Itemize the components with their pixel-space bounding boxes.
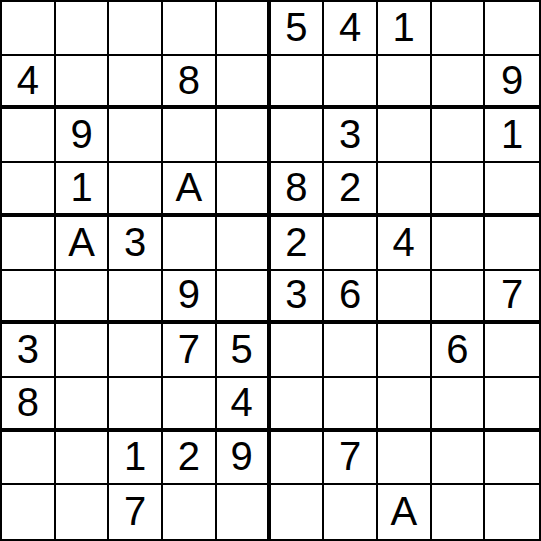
given-digit: 4 xyxy=(231,382,253,422)
cell-r9c6[interactable] xyxy=(271,432,325,486)
given-digit: 1 xyxy=(393,7,415,47)
cell-r3c9[interactable] xyxy=(432,109,486,163)
cell-r7c1: 3 xyxy=(2,324,56,378)
cell-r2c7[interactable] xyxy=(324,56,378,110)
cell-r5c8: 4 xyxy=(378,217,432,271)
cell-r3c2: 9 xyxy=(56,109,110,163)
cell-r4c8[interactable] xyxy=(378,163,432,217)
given-digit: 4 xyxy=(339,7,361,47)
cell-r1c4[interactable] xyxy=(163,2,217,56)
given-digit: 6 xyxy=(446,329,468,369)
cell-r4c10[interactable] xyxy=(485,163,539,217)
cell-r7c7[interactable] xyxy=(324,324,378,378)
cell-r7c6[interactable] xyxy=(271,324,325,378)
cell-r4c4: A xyxy=(163,163,217,217)
cell-r4c7: 2 xyxy=(324,163,378,217)
cell-r1c9[interactable] xyxy=(432,2,486,56)
cell-r3c4[interactable] xyxy=(163,109,217,163)
given-digit: 8 xyxy=(17,382,39,422)
cell-r2c10: 9 xyxy=(485,56,539,110)
cell-r10c3: 7 xyxy=(109,485,163,539)
cell-r8c8[interactable] xyxy=(378,378,432,432)
cell-r5c6: 2 xyxy=(271,217,325,271)
cell-r10c6[interactable] xyxy=(271,485,325,539)
cell-r7c4: 7 xyxy=(163,324,217,378)
given-digit: 2 xyxy=(178,436,200,476)
cell-r3c10: 1 xyxy=(485,109,539,163)
given-digit: 1 xyxy=(70,167,92,207)
cell-r9c3: 1 xyxy=(109,432,163,486)
cell-r1c7: 4 xyxy=(324,2,378,56)
cell-r8c5: 4 xyxy=(217,378,271,432)
cell-r6c5[interactable] xyxy=(217,271,271,325)
cell-r3c6[interactable] xyxy=(271,109,325,163)
cell-r8c4[interactable] xyxy=(163,378,217,432)
cell-r2c3[interactable] xyxy=(109,56,163,110)
cell-r8c10[interactable] xyxy=(485,378,539,432)
cell-r9c5: 9 xyxy=(217,432,271,486)
given-digit: 9 xyxy=(501,60,523,100)
sudoku-board: 5414899311A82A324936737568412977A xyxy=(0,0,541,541)
given-digit: 1 xyxy=(501,114,523,154)
given-digit: 7 xyxy=(339,436,361,476)
given-digit: A xyxy=(176,167,203,207)
cell-r10c10[interactable] xyxy=(485,485,539,539)
cell-r6c8[interactable] xyxy=(378,271,432,325)
cell-r7c10[interactable] xyxy=(485,324,539,378)
cell-r9c10[interactable] xyxy=(485,432,539,486)
given-digit: 8 xyxy=(178,60,200,100)
cell-r6c9[interactable] xyxy=(432,271,486,325)
cell-r8c1: 8 xyxy=(2,378,56,432)
cell-r6c3[interactable] xyxy=(109,271,163,325)
cell-r8c9[interactable] xyxy=(432,378,486,432)
cell-r2c5[interactable] xyxy=(217,56,271,110)
cell-r8c6[interactable] xyxy=(271,378,325,432)
cell-r1c8: 1 xyxy=(378,2,432,56)
given-digit: 5 xyxy=(231,329,253,369)
cell-r6c10: 7 xyxy=(485,271,539,325)
cell-r9c1[interactable] xyxy=(2,432,56,486)
cell-r1c5[interactable] xyxy=(217,2,271,56)
cell-r1c10[interactable] xyxy=(485,2,539,56)
cell-r7c9: 6 xyxy=(432,324,486,378)
cell-r5c2: A xyxy=(56,217,110,271)
cell-r9c4: 2 xyxy=(163,432,217,486)
cell-r6c7: 6 xyxy=(324,271,378,325)
cell-r3c8[interactable] xyxy=(378,109,432,163)
cell-r6c2[interactable] xyxy=(56,271,110,325)
given-digit: A xyxy=(390,491,417,531)
cell-r9c2[interactable] xyxy=(56,432,110,486)
cell-r10c8: A xyxy=(378,485,432,539)
cell-r9c8[interactable] xyxy=(378,432,432,486)
given-digit: 6 xyxy=(339,274,361,314)
given-digit: 3 xyxy=(17,329,39,369)
given-digit: 4 xyxy=(393,222,415,262)
cell-r9c7: 7 xyxy=(324,432,378,486)
given-digit: 7 xyxy=(501,274,523,314)
cell-r2c9[interactable] xyxy=(432,56,486,110)
cell-r4c2: 1 xyxy=(56,163,110,217)
cell-r4c1[interactable] xyxy=(2,163,56,217)
cell-r2c1: 4 xyxy=(2,56,56,110)
cell-r10c5[interactable] xyxy=(217,485,271,539)
cell-r3c7: 3 xyxy=(324,109,378,163)
cell-r2c8[interactable] xyxy=(378,56,432,110)
cell-r10c1[interactable] xyxy=(2,485,56,539)
cell-r4c5[interactable] xyxy=(217,163,271,217)
given-digit: 3 xyxy=(339,114,361,154)
cell-r8c7[interactable] xyxy=(324,378,378,432)
given-digit: 9 xyxy=(70,114,92,154)
cell-r5c3: 3 xyxy=(109,217,163,271)
cell-r4c6: 8 xyxy=(271,163,325,217)
cell-r2c2[interactable] xyxy=(56,56,110,110)
given-digit: 9 xyxy=(231,436,253,476)
cell-r1c3[interactable] xyxy=(109,2,163,56)
given-digit: 3 xyxy=(285,274,307,314)
cell-r10c7[interactable] xyxy=(324,485,378,539)
cell-r5c7[interactable] xyxy=(324,217,378,271)
cell-r1c6: 5 xyxy=(271,2,325,56)
given-digit: 7 xyxy=(178,329,200,369)
cell-r3c5[interactable] xyxy=(217,109,271,163)
cell-r7c8[interactable] xyxy=(378,324,432,378)
cell-r7c3[interactable] xyxy=(109,324,163,378)
given-digit: 4 xyxy=(17,60,39,100)
cell-r2c6[interactable] xyxy=(271,56,325,110)
cell-r6c4: 9 xyxy=(163,271,217,325)
cell-r5c4[interactable] xyxy=(163,217,217,271)
given-digit: 3 xyxy=(124,222,146,262)
given-digit: 5 xyxy=(285,7,307,47)
given-digit: 7 xyxy=(124,491,146,531)
cell-r5c10[interactable] xyxy=(485,217,539,271)
cell-r9c9[interactable] xyxy=(432,432,486,486)
cell-r8c2[interactable] xyxy=(56,378,110,432)
cell-r4c9[interactable] xyxy=(432,163,486,217)
cell-r8c3[interactable] xyxy=(109,378,163,432)
cell-r2c4: 8 xyxy=(163,56,217,110)
cell-r6c6: 3 xyxy=(271,271,325,325)
cell-r10c9[interactable] xyxy=(432,485,486,539)
cell-r7c2[interactable] xyxy=(56,324,110,378)
cell-r10c2[interactable] xyxy=(56,485,110,539)
cell-r4c3[interactable] xyxy=(109,163,163,217)
cell-r5c9[interactable] xyxy=(432,217,486,271)
given-digit: 9 xyxy=(178,274,200,314)
given-digit: A xyxy=(68,222,95,262)
cell-r1c1[interactable] xyxy=(2,2,56,56)
cell-r7c5: 5 xyxy=(217,324,271,378)
given-digit: 2 xyxy=(285,222,307,262)
cell-r6c1[interactable] xyxy=(2,271,56,325)
given-digit: 2 xyxy=(339,167,361,207)
cell-r5c5[interactable] xyxy=(217,217,271,271)
cell-r5c1[interactable] xyxy=(2,217,56,271)
cell-r3c3[interactable] xyxy=(109,109,163,163)
cell-r1c2[interactable] xyxy=(56,2,110,56)
given-digit: 8 xyxy=(285,167,307,207)
cell-r10c4[interactable] xyxy=(163,485,217,539)
cell-r3c1[interactable] xyxy=(2,109,56,163)
given-digit: 1 xyxy=(124,436,146,476)
